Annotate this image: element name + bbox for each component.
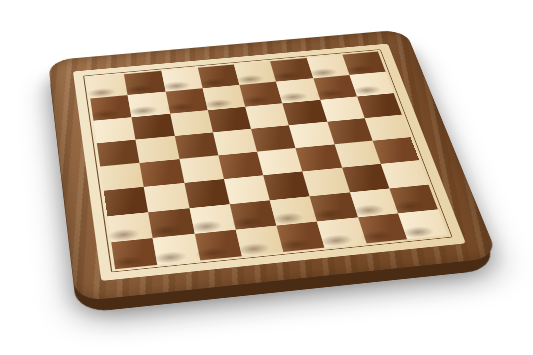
knight-glyph: ♞ — [160, 220, 197, 259]
king-glyph: ♚ — [235, 194, 289, 251]
chess-board: ♜♞♝♛♚♝♞♜♟♟♟♟♟♟♟♟♟♟♟♟♟♟♟♟♜♞♝♚♛♝♞♜ — [48, 29, 499, 302]
square-c1: ♝ — [194, 230, 241, 261]
square-b1: ♞ — [153, 234, 200, 265]
rook-glyph: ♜ — [115, 220, 156, 263]
square-e4 — [257, 148, 303, 175]
rook-glyph: ♜ — [406, 191, 446, 233]
square-d4 — [218, 152, 263, 180]
square-h1: ♜ — [398, 209, 448, 239]
bishop-glyph: ♝ — [323, 197, 366, 243]
product-photo: ♜♞♝♛♚♝♞♜♟♟♟♟♟♟♟♟♟♟♟♟♟♟♟♟♜♞♝♚♛♝♞♜ — [0, 0, 533, 355]
square-d1: ♚ — [235, 225, 283, 256]
square-a1: ♜ — [111, 238, 157, 269]
bishop-glyph: ♝ — [198, 209, 241, 255]
knight-glyph: ♞ — [367, 200, 403, 238]
